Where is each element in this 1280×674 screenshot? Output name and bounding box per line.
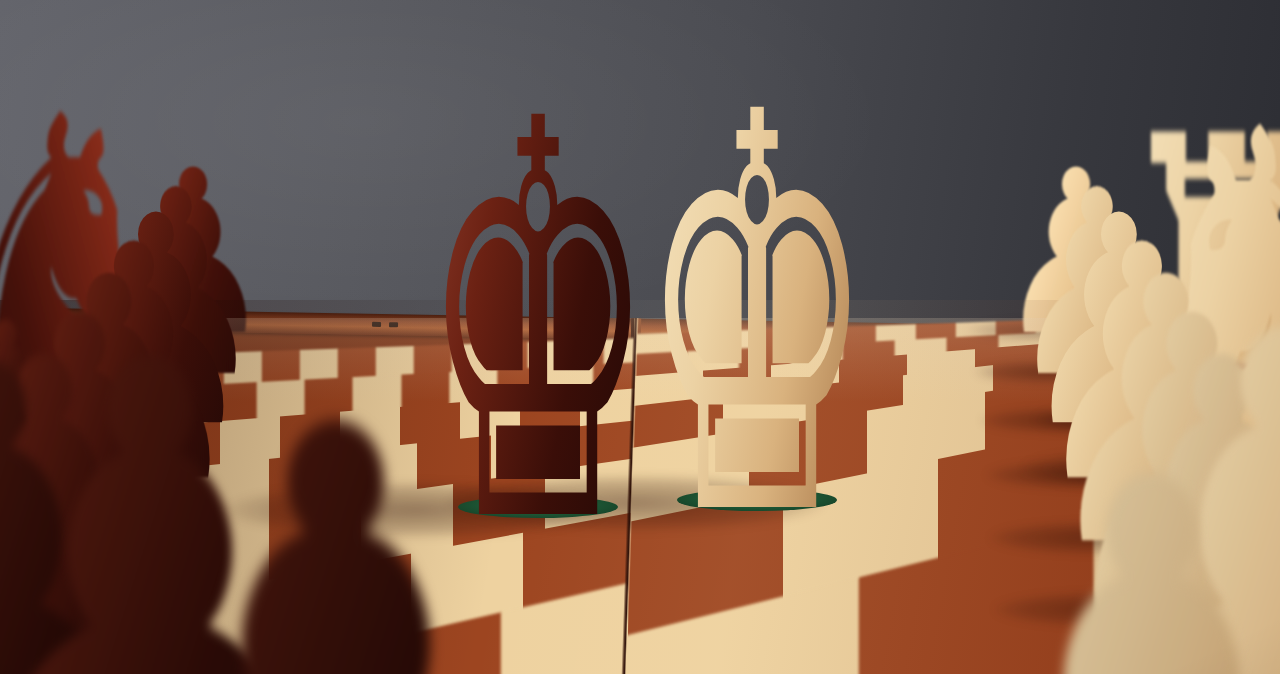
piece-light-pawn-24[interactable]: ♟: [897, 388, 1280, 674]
piece-dark-pawn-12[interactable]: ♟: [64, 330, 608, 674]
chess-photo-scene: ♞♟♟♟♟♟♟♟♟♟♟♟♚♚♜♞♟♟♟♟♟♟♟♟♟: [0, 0, 1280, 674]
piece-light-king-14[interactable]: ♚: [639, 43, 875, 591]
